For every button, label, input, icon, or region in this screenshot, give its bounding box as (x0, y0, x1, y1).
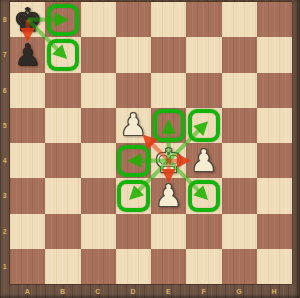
square-b3[interactable] (45, 178, 80, 213)
square-b7[interactable] (45, 37, 80, 72)
square-b4[interactable] (45, 143, 80, 178)
square-e8[interactable] (151, 2, 186, 37)
square-c2[interactable] (81, 214, 116, 249)
piece-white-pawn-e3[interactable]: ♟ (151, 178, 186, 213)
square-a5[interactable] (10, 108, 45, 143)
square-c1[interactable] (81, 249, 116, 284)
chess-board-frame: 87654321ABCDEFGH♚♟♟♚♟♟ (0, 0, 300, 298)
square-e5[interactable] (151, 108, 186, 143)
square-a6[interactable] (10, 73, 45, 108)
square-e1[interactable] (151, 249, 186, 284)
square-h6[interactable] (257, 73, 292, 108)
piece-black-king-a8[interactable]: ♚ (10, 2, 45, 37)
file-label-A: A (10, 284, 45, 298)
square-a2[interactable] (10, 214, 45, 249)
square-c4[interactable] (81, 143, 116, 178)
rank-label-6: 6 (0, 73, 10, 108)
square-a3[interactable] (10, 178, 45, 213)
square-h8[interactable] (257, 2, 292, 37)
square-e7[interactable] (151, 37, 186, 72)
square-g1[interactable] (222, 249, 257, 284)
square-e2[interactable] (151, 214, 186, 249)
square-h5[interactable] (257, 108, 292, 143)
square-g4[interactable] (222, 143, 257, 178)
rank-label-4: 4 (0, 143, 10, 178)
square-d6[interactable] (116, 73, 151, 108)
file-label-B: B (45, 284, 80, 298)
square-c3[interactable] (81, 178, 116, 213)
piece-white-pawn-f4[interactable]: ♟ (186, 143, 221, 178)
file-label-C: C (81, 284, 116, 298)
square-b1[interactable] (45, 249, 80, 284)
square-h3[interactable] (257, 178, 292, 213)
rank-label-8: 8 (0, 2, 10, 37)
rank-label-3: 3 (0, 178, 10, 213)
square-g8[interactable] (222, 2, 257, 37)
square-f3[interactable] (186, 178, 221, 213)
square-f2[interactable] (186, 214, 221, 249)
square-g3[interactable] (222, 178, 257, 213)
square-a1[interactable] (10, 249, 45, 284)
square-g7[interactable] (222, 37, 257, 72)
square-f7[interactable] (186, 37, 221, 72)
square-b8[interactable] (45, 2, 80, 37)
square-d7[interactable] (116, 37, 151, 72)
square-c7[interactable] (81, 37, 116, 72)
piece-white-king-e4[interactable]: ♚ (151, 143, 186, 178)
square-h7[interactable] (257, 37, 292, 72)
square-d2[interactable] (116, 214, 151, 249)
piece-white-pawn-d5[interactable]: ♟ (116, 108, 151, 143)
file-label-F: F (186, 284, 221, 298)
square-h1[interactable] (257, 249, 292, 284)
file-label-H: H (257, 284, 292, 298)
square-f5[interactable] (186, 108, 221, 143)
square-b2[interactable] (45, 214, 80, 249)
square-b6[interactable] (45, 73, 80, 108)
rank-label-5: 5 (0, 108, 10, 143)
square-d1[interactable] (116, 249, 151, 284)
file-label-D: D (116, 284, 151, 298)
rank-label-1: 1 (0, 249, 10, 284)
square-g5[interactable] (222, 108, 257, 143)
square-d3[interactable] (116, 178, 151, 213)
square-a4[interactable] (10, 143, 45, 178)
square-h2[interactable] (257, 214, 292, 249)
square-c8[interactable] (81, 2, 116, 37)
square-b5[interactable] (45, 108, 80, 143)
square-h4[interactable] (257, 143, 292, 178)
file-label-G: G (222, 284, 257, 298)
square-g2[interactable] (222, 214, 257, 249)
square-c6[interactable] (81, 73, 116, 108)
square-f1[interactable] (186, 249, 221, 284)
file-label-E: E (151, 284, 186, 298)
rank-label-2: 2 (0, 214, 10, 249)
square-e6[interactable] (151, 73, 186, 108)
rank-label-7: 7 (0, 37, 10, 72)
square-d8[interactable] (116, 2, 151, 37)
square-g6[interactable] (222, 73, 257, 108)
square-d4[interactable] (116, 143, 151, 178)
piece-black-pawn-a7[interactable]: ♟ (10, 37, 45, 72)
square-f6[interactable] (186, 73, 221, 108)
square-f8[interactable] (186, 2, 221, 37)
square-c5[interactable] (81, 108, 116, 143)
